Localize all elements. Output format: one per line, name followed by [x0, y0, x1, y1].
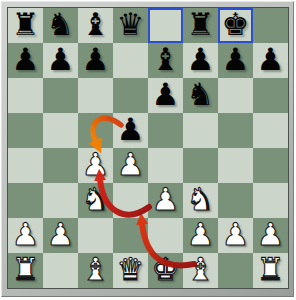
- square-f7[interactable]: ♟: [183, 43, 218, 78]
- square-b7[interactable]: ♟: [43, 43, 78, 78]
- square-a5[interactable]: [8, 113, 43, 148]
- square-c1[interactable]: ♝: [78, 253, 113, 288]
- square-c2[interactable]: [78, 218, 113, 253]
- white-pawn[interactable]: ♟: [47, 217, 75, 252]
- square-b6[interactable]: [43, 78, 78, 113]
- square-c8[interactable]: ♝: [78, 8, 113, 43]
- square-h5[interactable]: [253, 113, 288, 148]
- white-knight[interactable]: ♞: [187, 182, 215, 217]
- square-b8[interactable]: ♞: [43, 8, 78, 43]
- square-g8[interactable]: ♚: [218, 8, 253, 43]
- square-c7[interactable]: ♟: [78, 43, 113, 78]
- square-c4[interactable]: ♟: [78, 148, 113, 183]
- black-knight[interactable]: ♞: [47, 7, 75, 42]
- white-pawn[interactable]: ♟: [12, 217, 40, 252]
- black-rook[interactable]: ♜: [12, 7, 40, 42]
- black-bishop[interactable]: ♝: [152, 42, 180, 77]
- black-bishop[interactable]: ♝: [82, 7, 110, 42]
- square-c5[interactable]: [78, 113, 113, 148]
- square-h3[interactable]: [253, 183, 288, 218]
- square-f6[interactable]: ♞: [183, 78, 218, 113]
- square-e4[interactable]: [148, 148, 183, 183]
- white-pawn[interactable]: ♟: [222, 217, 250, 252]
- square-h7[interactable]: ♟: [253, 43, 288, 78]
- square-a3[interactable]: [8, 183, 43, 218]
- square-b4[interactable]: [43, 148, 78, 183]
- black-pawn[interactable]: ♟: [117, 112, 145, 147]
- square-d7[interactable]: [113, 43, 148, 78]
- square-c6[interactable]: [78, 78, 113, 113]
- square-g5[interactable]: [218, 113, 253, 148]
- square-a7[interactable]: ♟: [8, 43, 43, 78]
- white-pawn[interactable]: ♟: [257, 217, 285, 252]
- square-e7[interactable]: ♝: [148, 43, 183, 78]
- square-g1[interactable]: [218, 253, 253, 288]
- square-e2[interactable]: [148, 218, 183, 253]
- white-bishop[interactable]: ♝: [82, 252, 110, 287]
- square-f3[interactable]: ♞: [183, 183, 218, 218]
- square-f8[interactable]: ♜: [183, 8, 218, 43]
- square-d3[interactable]: [113, 183, 148, 218]
- white-pawn[interactable]: ♟: [82, 147, 110, 182]
- black-pawn[interactable]: ♟: [152, 77, 180, 112]
- square-f2[interactable]: ♟: [183, 218, 218, 253]
- black-queen[interactable]: ♛: [117, 7, 145, 42]
- square-g2[interactable]: ♟: [218, 218, 253, 253]
- white-knight[interactable]: ♞: [82, 182, 110, 217]
- square-b5[interactable]: [43, 113, 78, 148]
- square-f1[interactable]: ♝: [183, 253, 218, 288]
- black-pawn[interactable]: ♟: [187, 42, 215, 77]
- black-pawn[interactable]: ♟: [12, 42, 40, 77]
- white-pawn[interactable]: ♟: [117, 147, 145, 182]
- square-d2[interactable]: [113, 218, 148, 253]
- square-d6[interactable]: [113, 78, 148, 113]
- black-rook[interactable]: ♜: [187, 7, 215, 42]
- black-king[interactable]: ♚: [222, 7, 250, 42]
- square-d4[interactable]: ♟: [113, 148, 148, 183]
- white-pawn[interactable]: ♟: [152, 182, 180, 217]
- white-king[interactable]: ♚: [152, 252, 180, 287]
- square-h8[interactable]: [253, 8, 288, 43]
- square-a1[interactable]: ♜: [8, 253, 43, 288]
- square-c3[interactable]: ♞: [78, 183, 113, 218]
- square-b1[interactable]: [43, 253, 78, 288]
- square-g6[interactable]: [218, 78, 253, 113]
- chess-board: ♜♞♝♛♜♚♟♟♟♝♟♟♟♟♞♟♟♟♞♟♞♟♟♟♟♟♜♝♛♚♝♜: [7, 7, 289, 289]
- white-queen[interactable]: ♛: [117, 252, 145, 287]
- square-d5[interactable]: ♟: [113, 113, 148, 148]
- black-pawn[interactable]: ♟: [222, 42, 250, 77]
- square-e5[interactable]: [148, 113, 183, 148]
- black-pawn[interactable]: ♟: [82, 42, 110, 77]
- square-f5[interactable]: [183, 113, 218, 148]
- white-pawn[interactable]: ♟: [187, 217, 215, 252]
- black-pawn[interactable]: ♟: [47, 42, 75, 77]
- square-b3[interactable]: [43, 183, 78, 218]
- square-e8[interactable]: [148, 8, 183, 43]
- square-g3[interactable]: [218, 183, 253, 218]
- square-b2[interactable]: ♟: [43, 218, 78, 253]
- white-rook[interactable]: ♜: [12, 252, 40, 287]
- square-g4[interactable]: [218, 148, 253, 183]
- square-a4[interactable]: [8, 148, 43, 183]
- chessboard-widget: ♜♞♝♛♜♚♟♟♟♝♟♟♟♟♞♟♟♟♞♟♞♟♟♟♟♟♜♝♛♚♝♜: [0, 0, 296, 300]
- square-f4[interactable]: [183, 148, 218, 183]
- square-d1[interactable]: ♛: [113, 253, 148, 288]
- square-h6[interactable]: [253, 78, 288, 113]
- square-e6[interactable]: ♟: [148, 78, 183, 113]
- square-h2[interactable]: ♟: [253, 218, 288, 253]
- black-knight[interactable]: ♞: [187, 77, 215, 112]
- square-e3[interactable]: ♟: [148, 183, 183, 218]
- square-a8[interactable]: ♜: [8, 8, 43, 43]
- square-e1[interactable]: ♚: [148, 253, 183, 288]
- square-g7[interactable]: ♟: [218, 43, 253, 78]
- square-h4[interactable]: [253, 148, 288, 183]
- white-bishop[interactable]: ♝: [187, 252, 215, 287]
- square-a6[interactable]: [8, 78, 43, 113]
- white-rook[interactable]: ♜: [257, 252, 285, 287]
- black-pawn[interactable]: ♟: [257, 42, 285, 77]
- square-h1[interactable]: ♜: [253, 253, 288, 288]
- square-d8[interactable]: ♛: [113, 8, 148, 43]
- square-a2[interactable]: ♟: [8, 218, 43, 253]
